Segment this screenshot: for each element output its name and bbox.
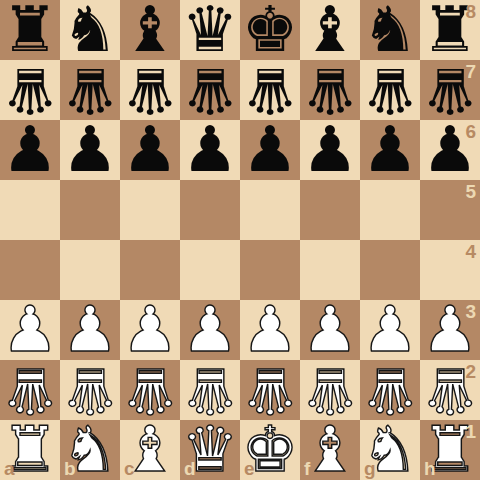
black-knight[interactable]: ♞ <box>362 0 418 60</box>
black-grasshopper-inverted-queen-icon[interactable]: ♛ <box>302 60 358 120</box>
file-label-a: a <box>4 459 15 478</box>
black-queen[interactable]: ♛ <box>182 0 238 60</box>
square-c6[interactable]: ♟ <box>120 120 180 180</box>
square-b7[interactable]: ♛ <box>60 60 120 120</box>
black-grasshopper-inverted-queen-icon[interactable]: ♛ <box>2 60 58 120</box>
white-pawn[interactable]: ♟ <box>362 300 418 360</box>
black-bishop[interactable]: ♝ <box>302 0 358 60</box>
black-grasshopper-inverted-queen-icon[interactable]: ♛ <box>242 60 298 120</box>
square-b2[interactable]: ♛ <box>60 360 120 420</box>
square-c2[interactable]: ♛ <box>120 360 180 420</box>
black-pawn[interactable]: ♟ <box>2 120 58 180</box>
square-f6[interactable]: ♟ <box>300 120 360 180</box>
square-a1[interactable]: ♜a <box>0 420 60 480</box>
square-e6[interactable]: ♟ <box>240 120 300 180</box>
white-grasshopper-inverted-queen-icon[interactable]: ♛ <box>362 360 418 420</box>
square-e4[interactable] <box>240 240 300 300</box>
square-f7[interactable]: ♛ <box>300 60 360 120</box>
square-c1[interactable]: ♝c <box>120 420 180 480</box>
rank-label-5: 5 <box>465 182 476 201</box>
black-grasshopper-inverted-queen-icon[interactable]: ♛ <box>182 60 238 120</box>
square-a7[interactable]: ♛ <box>0 60 60 120</box>
square-d3[interactable]: ♟ <box>180 300 240 360</box>
square-b8[interactable]: ♞ <box>60 0 120 60</box>
black-pawn[interactable]: ♟ <box>302 120 358 180</box>
square-c8[interactable]: ♝ <box>120 0 180 60</box>
square-f4[interactable] <box>300 240 360 300</box>
black-bishop[interactable]: ♝ <box>122 0 178 60</box>
square-e5[interactable] <box>240 180 300 240</box>
square-d1[interactable]: ♛d <box>180 420 240 480</box>
square-g5[interactable] <box>360 180 420 240</box>
square-h8[interactable]: ♜8 <box>420 0 480 60</box>
white-grasshopper-inverted-queen-icon[interactable]: ♛ <box>302 360 358 420</box>
square-g6[interactable]: ♟ <box>360 120 420 180</box>
black-pawn[interactable]: ♟ <box>242 120 298 180</box>
white-pawn[interactable]: ♟ <box>62 300 118 360</box>
square-d8[interactable]: ♛ <box>180 0 240 60</box>
square-b5[interactable] <box>60 180 120 240</box>
square-h2[interactable]: ♛2 <box>420 360 480 420</box>
white-pawn[interactable]: ♟ <box>302 300 358 360</box>
white-grasshopper-inverted-queen-icon[interactable]: ♛ <box>242 360 298 420</box>
black-pawn[interactable]: ♟ <box>122 120 178 180</box>
square-a3[interactable]: ♟ <box>0 300 60 360</box>
square-d5[interactable] <box>180 180 240 240</box>
square-h6[interactable]: ♟6 <box>420 120 480 180</box>
black-pawn[interactable]: ♟ <box>182 120 238 180</box>
square-g3[interactable]: ♟ <box>360 300 420 360</box>
square-e3[interactable]: ♟ <box>240 300 300 360</box>
black-grasshopper-inverted-queen-icon[interactable]: ♛ <box>362 60 418 120</box>
square-d2[interactable]: ♛ <box>180 360 240 420</box>
square-f2[interactable]: ♛ <box>300 360 360 420</box>
square-b3[interactable]: ♟ <box>60 300 120 360</box>
file-label-h: h <box>424 459 436 478</box>
square-a2[interactable]: ♛ <box>0 360 60 420</box>
square-h4[interactable]: 4 <box>420 240 480 300</box>
rank-label-7: 7 <box>465 62 476 81</box>
square-e8[interactable]: ♚ <box>240 0 300 60</box>
black-pawn[interactable]: ♟ <box>62 120 118 180</box>
square-c3[interactable]: ♟ <box>120 300 180 360</box>
square-h1[interactable]: ♜1h <box>420 420 480 480</box>
white-grasshopper-inverted-queen-icon[interactable]: ♛ <box>122 360 178 420</box>
square-c7[interactable]: ♛ <box>120 60 180 120</box>
rank-label-3: 3 <box>465 302 476 321</box>
square-g1[interactable]: ♞g <box>360 420 420 480</box>
rank-label-8: 8 <box>465 2 476 21</box>
white-pawn[interactable]: ♟ <box>122 300 178 360</box>
square-h3[interactable]: ♟3 <box>420 300 480 360</box>
white-pawn[interactable]: ♟ <box>2 300 58 360</box>
file-label-g: g <box>364 459 376 478</box>
square-c5[interactable] <box>120 180 180 240</box>
white-pawn[interactable]: ♟ <box>242 300 298 360</box>
rank-label-4: 4 <box>465 242 476 261</box>
square-f8[interactable]: ♝ <box>300 0 360 60</box>
black-grasshopper-inverted-queen-icon[interactable]: ♛ <box>62 60 118 120</box>
square-c4[interactable] <box>120 240 180 300</box>
square-a5[interactable] <box>0 180 60 240</box>
square-e1[interactable]: ♚e <box>240 420 300 480</box>
file-label-c: c <box>124 459 135 478</box>
square-h5[interactable]: 5 <box>420 180 480 240</box>
square-d6[interactable]: ♟ <box>180 120 240 180</box>
square-b4[interactable] <box>60 240 120 300</box>
black-knight[interactable]: ♞ <box>62 0 118 60</box>
square-h7[interactable]: ♛7 <box>420 60 480 120</box>
square-b6[interactable]: ♟ <box>60 120 120 180</box>
square-a6[interactable]: ♟ <box>0 120 60 180</box>
white-grasshopper-inverted-queen-icon[interactable]: ♛ <box>2 360 58 420</box>
square-g4[interactable] <box>360 240 420 300</box>
square-e7[interactable]: ♛ <box>240 60 300 120</box>
file-label-e: e <box>244 459 255 478</box>
chess-board: ♜♞♝♛♚♝♞♜8♛♛♛♛♛♛♛♛7♟♟♟♟♟♟♟♟654♟♟♟♟♟♟♟♟3♛♛… <box>0 0 480 480</box>
square-a8[interactable]: ♜ <box>0 0 60 60</box>
square-g7[interactable]: ♛ <box>360 60 420 120</box>
square-d4[interactable] <box>180 240 240 300</box>
file-label-f: f <box>304 459 310 478</box>
square-a4[interactable] <box>0 240 60 300</box>
square-d7[interactable]: ♛ <box>180 60 240 120</box>
square-g2[interactable]: ♛ <box>360 360 420 420</box>
square-g8[interactable]: ♞ <box>360 0 420 60</box>
square-f1[interactable]: ♝f <box>300 420 360 480</box>
black-pawn[interactable]: ♟ <box>362 120 418 180</box>
rank-label-1: 1 <box>465 422 476 441</box>
file-label-d: d <box>184 459 196 478</box>
file-label-b: b <box>64 459 76 478</box>
square-f3[interactable]: ♟ <box>300 300 360 360</box>
rank-label-6: 6 <box>465 122 476 141</box>
white-grasshopper-inverted-queen-icon[interactable]: ♛ <box>62 360 118 420</box>
black-grasshopper-inverted-queen-icon[interactable]: ♛ <box>122 60 178 120</box>
square-b1[interactable]: ♞b <box>60 420 120 480</box>
square-f5[interactable] <box>300 180 360 240</box>
square-e2[interactable]: ♛ <box>240 360 300 420</box>
rank-label-2: 2 <box>465 362 476 381</box>
black-king[interactable]: ♚ <box>242 0 298 60</box>
white-grasshopper-inverted-queen-icon[interactable]: ♛ <box>182 360 238 420</box>
black-rook[interactable]: ♜ <box>2 0 58 60</box>
white-pawn[interactable]: ♟ <box>182 300 238 360</box>
